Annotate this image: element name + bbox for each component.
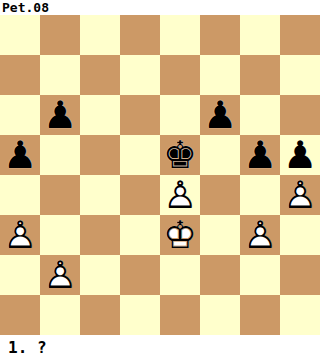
- square-g1[interactable]: [240, 295, 280, 335]
- square-h5[interactable]: ♟: [280, 135, 320, 175]
- square-g5[interactable]: ♟: [240, 135, 280, 175]
- move-prompt: 1. ?: [0, 335, 320, 360]
- square-d1[interactable]: [120, 295, 160, 335]
- square-f4[interactable]: [200, 175, 240, 215]
- square-b6[interactable]: ♟: [40, 95, 80, 135]
- square-g4[interactable]: [240, 175, 280, 215]
- square-c8[interactable]: [80, 15, 120, 55]
- square-c4[interactable]: [80, 175, 120, 215]
- diagram-title: Pet.08: [0, 0, 320, 15]
- square-g3[interactable]: ♟♙: [240, 215, 280, 255]
- square-b2[interactable]: ♟♙: [40, 255, 80, 295]
- square-a7[interactable]: [0, 55, 40, 95]
- square-d7[interactable]: [120, 55, 160, 95]
- square-a1[interactable]: [0, 295, 40, 335]
- square-f2[interactable]: [200, 255, 240, 295]
- white-king[interactable]: ♔: [160, 215, 200, 255]
- square-b4[interactable]: [40, 175, 80, 215]
- square-g6[interactable]: [240, 95, 280, 135]
- black-pawn[interactable]: ♟: [40, 95, 80, 135]
- white-pawn[interactable]: ♙: [160, 175, 200, 215]
- black-pawn[interactable]: ♟: [200, 95, 240, 135]
- chess-board: ♟♟♟♚♟♟♟♙♟♙♟♙♚♔♟♙♟♙: [0, 15, 320, 335]
- square-d4[interactable]: [120, 175, 160, 215]
- square-e6[interactable]: [160, 95, 200, 135]
- square-f7[interactable]: [200, 55, 240, 95]
- square-a6[interactable]: [0, 95, 40, 135]
- square-c5[interactable]: [80, 135, 120, 175]
- square-a2[interactable]: [0, 255, 40, 295]
- square-h2[interactable]: [280, 255, 320, 295]
- black-pawn[interactable]: ♟: [0, 135, 40, 175]
- white-pawn[interactable]: ♙: [240, 215, 280, 255]
- square-e1[interactable]: [160, 295, 200, 335]
- square-g7[interactable]: [240, 55, 280, 95]
- square-e8[interactable]: [160, 15, 200, 55]
- square-h3[interactable]: [280, 215, 320, 255]
- square-e5[interactable]: ♚: [160, 135, 200, 175]
- square-f6[interactable]: ♟: [200, 95, 240, 135]
- black-pawn[interactable]: ♟: [280, 135, 320, 175]
- square-a3[interactable]: ♟♙: [0, 215, 40, 255]
- square-b8[interactable]: [40, 15, 80, 55]
- square-c3[interactable]: [80, 215, 120, 255]
- square-b5[interactable]: [40, 135, 80, 175]
- square-c6[interactable]: [80, 95, 120, 135]
- white-pawn[interactable]: ♙: [0, 215, 40, 255]
- square-c2[interactable]: [80, 255, 120, 295]
- square-d8[interactable]: [120, 15, 160, 55]
- square-f3[interactable]: [200, 215, 240, 255]
- square-h6[interactable]: [280, 95, 320, 135]
- square-g8[interactable]: [240, 15, 280, 55]
- square-b7[interactable]: [40, 55, 80, 95]
- white-pawn[interactable]: ♙: [280, 175, 320, 215]
- white-pawn[interactable]: ♙: [40, 255, 80, 295]
- square-f8[interactable]: [200, 15, 240, 55]
- black-king[interactable]: ♚: [160, 135, 200, 175]
- black-pawn[interactable]: ♟: [240, 135, 280, 175]
- square-c7[interactable]: [80, 55, 120, 95]
- square-a5[interactable]: ♟: [0, 135, 40, 175]
- square-d6[interactable]: [120, 95, 160, 135]
- square-b3[interactable]: [40, 215, 80, 255]
- square-g2[interactable]: [240, 255, 280, 295]
- square-a4[interactable]: [0, 175, 40, 215]
- chess-diagram-page: Pet.08 ♟♟♟♚♟♟♟♙♟♙♟♙♚♔♟♙♟♙ 1. ?: [0, 0, 320, 360]
- square-d5[interactable]: [120, 135, 160, 175]
- square-h8[interactable]: [280, 15, 320, 55]
- square-d2[interactable]: [120, 255, 160, 295]
- square-b1[interactable]: [40, 295, 80, 335]
- square-f1[interactable]: [200, 295, 240, 335]
- square-h7[interactable]: [280, 55, 320, 95]
- square-h1[interactable]: [280, 295, 320, 335]
- square-f5[interactable]: [200, 135, 240, 175]
- square-c1[interactable]: [80, 295, 120, 335]
- square-e7[interactable]: [160, 55, 200, 95]
- square-e4[interactable]: ♟♙: [160, 175, 200, 215]
- square-e3[interactable]: ♚♔: [160, 215, 200, 255]
- square-d3[interactable]: [120, 215, 160, 255]
- square-h4[interactable]: ♟♙: [280, 175, 320, 215]
- square-e2[interactable]: [160, 255, 200, 295]
- square-a8[interactable]: [0, 15, 40, 55]
